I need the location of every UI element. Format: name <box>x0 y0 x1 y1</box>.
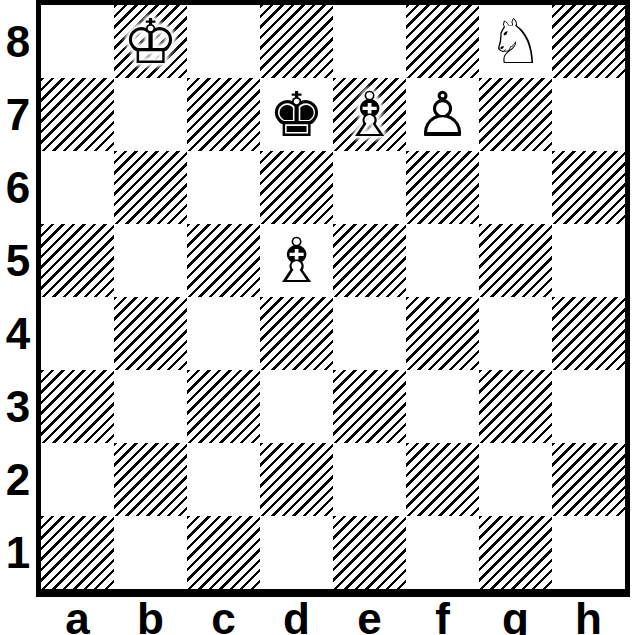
square-e2[interactable] <box>333 443 406 516</box>
file-label-g: g <box>479 597 552 635</box>
square-f1[interactable] <box>406 516 479 589</box>
rank-label-8: 8 <box>0 5 36 78</box>
square-b8[interactable]: ♔ <box>114 5 187 78</box>
square-f5[interactable] <box>406 224 479 297</box>
square-e7[interactable]: ♗ <box>333 78 406 151</box>
white-bishop: ♗ <box>342 78 398 151</box>
file-label-a: a <box>41 597 114 635</box>
square-c5[interactable] <box>187 224 260 297</box>
square-a4[interactable] <box>41 297 114 370</box>
white-knight: ♘ <box>488 5 544 78</box>
rank-label-6: 6 <box>0 151 36 224</box>
square-g8[interactable]: ♘ <box>479 5 552 78</box>
square-f2[interactable] <box>406 443 479 516</box>
square-e6[interactable] <box>333 151 406 224</box>
square-h4[interactable] <box>552 297 625 370</box>
square-f6[interactable] <box>406 151 479 224</box>
file-label-h: h <box>552 597 625 635</box>
square-h6[interactable] <box>552 151 625 224</box>
square-a6[interactable] <box>41 151 114 224</box>
black-king: ♚ <box>269 78 325 151</box>
square-c2[interactable] <box>187 443 260 516</box>
rank-labels: 87654321 <box>0 0 36 589</box>
square-b4[interactable] <box>114 297 187 370</box>
square-g7[interactable] <box>479 78 552 151</box>
square-b5[interactable] <box>114 224 187 297</box>
square-a3[interactable] <box>41 370 114 443</box>
rank-label-4: 4 <box>0 297 36 370</box>
square-f8[interactable] <box>406 5 479 78</box>
square-c1[interactable] <box>187 516 260 589</box>
rank-label-3: 3 <box>0 370 36 443</box>
square-d1[interactable] <box>260 516 333 589</box>
square-b2[interactable] <box>114 443 187 516</box>
square-h5[interactable] <box>552 224 625 297</box>
square-f4[interactable] <box>406 297 479 370</box>
square-h1[interactable] <box>552 516 625 589</box>
square-b7[interactable] <box>114 78 187 151</box>
square-f3[interactable] <box>406 370 479 443</box>
square-d3[interactable] <box>260 370 333 443</box>
square-c6[interactable] <box>187 151 260 224</box>
square-f7[interactable]: ♙ <box>406 78 479 151</box>
square-e5[interactable] <box>333 224 406 297</box>
square-a2[interactable] <box>41 443 114 516</box>
rank-label-1: 1 <box>0 516 36 589</box>
chess-diagram: 87654321 ♔♘♚♗♙♗ abcdefgh <box>0 0 636 635</box>
file-label-b: b <box>114 597 187 635</box>
square-h3[interactable] <box>552 370 625 443</box>
file-labels: abcdefgh <box>41 597 636 635</box>
rank-label-7: 7 <box>0 78 36 151</box>
file-label-e: e <box>333 597 406 635</box>
white-king: ♔ <box>123 5 179 78</box>
square-g4[interactable] <box>479 297 552 370</box>
square-b6[interactable] <box>114 151 187 224</box>
square-a5[interactable] <box>41 224 114 297</box>
square-g3[interactable] <box>479 370 552 443</box>
rank-label-2: 2 <box>0 443 36 516</box>
rank-label-5: 5 <box>0 224 36 297</box>
square-c8[interactable] <box>187 5 260 78</box>
square-c4[interactable] <box>187 297 260 370</box>
square-a7[interactable] <box>41 78 114 151</box>
white-pawn: ♙ <box>415 78 471 151</box>
square-d2[interactable] <box>260 443 333 516</box>
square-a8[interactable] <box>41 5 114 78</box>
file-label-d: d <box>260 597 333 635</box>
square-b3[interactable] <box>114 370 187 443</box>
square-e8[interactable] <box>333 5 406 78</box>
square-e4[interactable] <box>333 297 406 370</box>
file-label-c: c <box>187 597 260 635</box>
board-area: 87654321 ♔♘♚♗♙♗ <box>0 0 636 597</box>
square-d6[interactable] <box>260 151 333 224</box>
square-d8[interactable] <box>260 5 333 78</box>
square-d4[interactable] <box>260 297 333 370</box>
square-h2[interactable] <box>552 443 625 516</box>
square-g5[interactable] <box>479 224 552 297</box>
white-bishop: ♗ <box>269 224 325 297</box>
square-e1[interactable] <box>333 516 406 589</box>
square-e3[interactable] <box>333 370 406 443</box>
chess-board: ♔♘♚♗♙♗ <box>36 0 630 597</box>
square-g6[interactable] <box>479 151 552 224</box>
square-d5[interactable]: ♗ <box>260 224 333 297</box>
file-label-f: f <box>406 597 479 635</box>
square-g1[interactable] <box>479 516 552 589</box>
square-h8[interactable] <box>552 5 625 78</box>
square-a1[interactable] <box>41 516 114 589</box>
square-b1[interactable] <box>114 516 187 589</box>
square-h7[interactable] <box>552 78 625 151</box>
square-c3[interactable] <box>187 370 260 443</box>
square-g2[interactable] <box>479 443 552 516</box>
square-c7[interactable] <box>187 78 260 151</box>
square-d7[interactable]: ♚ <box>260 78 333 151</box>
